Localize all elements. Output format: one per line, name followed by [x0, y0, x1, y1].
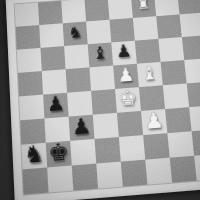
square-c8[interactable] [61, 0, 86, 23]
square-g6[interactable] [158, 37, 184, 62]
square-e2[interactable] [119, 135, 145, 161]
chess-board: ♜♞♝♟♟♝♚♟♟♟♞♚❖ Drueke [6, 0, 200, 200]
square-g1[interactable] [170, 156, 197, 183]
piece-white-pawn-e5[interactable]: ♟ [117, 65, 135, 85]
square-h5[interactable] [184, 58, 200, 83]
square-d4[interactable] [91, 89, 117, 115]
piece-white-pawn-f3[interactable]: ♟ [143, 109, 164, 132]
square-c2[interactable] [70, 139, 96, 166]
square-d8[interactable] [84, 0, 109, 22]
piece-white-king-e4[interactable]: ♚ [118, 88, 138, 109]
square-e1[interactable] [121, 160, 148, 187]
square-g3[interactable] [165, 107, 192, 133]
piece-white-rook-f8[interactable]: ♜ [136, 0, 150, 12]
square-f7[interactable] [133, 16, 159, 40]
piece-black-bishop-d6[interactable]: ♝ [92, 44, 109, 62]
square-g7[interactable] [156, 14, 182, 38]
photo-frame: ♜♞♝♟♟♝♚♟♟♟♞♚❖ Drueke [0, 0, 200, 200]
piece-black-pawn-b4[interactable]: ♟ [46, 93, 65, 115]
square-a8[interactable] [15, 3, 40, 27]
square-a4[interactable] [19, 95, 44, 121]
square-e8[interactable] [108, 0, 133, 20]
square-f1[interactable] [145, 158, 172, 185]
square-f2[interactable] [143, 133, 170, 159]
piece-black-king-b2[interactable]: ♚ [48, 140, 70, 165]
square-c6[interactable] [64, 44, 89, 69]
square-h7[interactable] [180, 13, 200, 37]
square-a7[interactable] [16, 25, 41, 50]
square-h2[interactable] [192, 129, 200, 155]
square-d5[interactable] [89, 66, 115, 91]
piece-black-knight-c7[interactable]: ♞ [67, 24, 82, 41]
square-b8[interactable] [38, 1, 63, 25]
square-g4[interactable] [163, 83, 189, 109]
square-b6[interactable] [40, 46, 65, 71]
square-g5[interactable] [161, 60, 187, 85]
square-a1[interactable] [23, 167, 49, 194]
square-d7[interactable] [86, 20, 111, 45]
square-c5[interactable] [66, 67, 91, 92]
square-c1[interactable] [72, 164, 98, 191]
square-h3[interactable] [189, 105, 200, 131]
square-b7[interactable] [39, 23, 64, 48]
board-grid: ♜♞♝♟♟♝♚♟♟♟♞♚❖ [15, 0, 200, 195]
chessboard-photo-scene: ♜♞♝♟♟♝♚♟♟♟♞♚❖ Drueke [0, 0, 200, 200]
piece-white-bishop-f5[interactable]: ♝ [140, 63, 158, 83]
square-b1[interactable] [47, 165, 73, 192]
square-d1[interactable] [96, 162, 123, 189]
square-h4[interactable] [187, 82, 200, 108]
square-h6[interactable] [182, 35, 200, 60]
square-g2[interactable] [167, 131, 194, 157]
square-d3[interactable] [93, 113, 119, 139]
square-a5[interactable] [18, 71, 43, 96]
piece-black-pawn-e6[interactable]: ♟ [115, 43, 132, 61]
piece-black-pawn-c3[interactable]: ♟ [71, 114, 92, 137]
square-e7[interactable] [109, 18, 134, 43]
square-d2[interactable] [95, 137, 121, 164]
piece-black-knight-a2[interactable]: ♞ [23, 142, 45, 167]
square-f6[interactable] [135, 39, 161, 64]
square-a6[interactable] [17, 48, 42, 73]
square-e3[interactable] [117, 111, 143, 137]
